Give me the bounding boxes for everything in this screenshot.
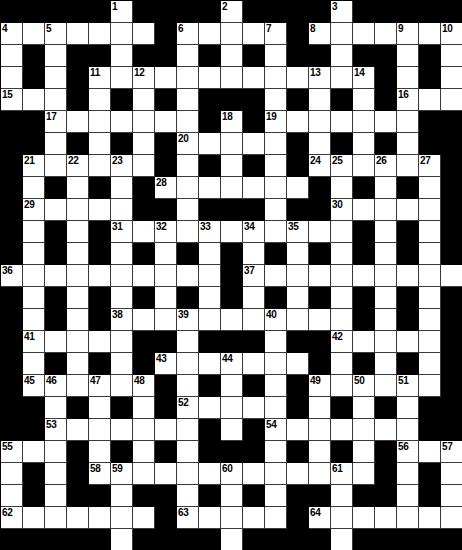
cell-r8c13[interactable] [287,177,309,199]
cell-r15c2[interactable] [45,331,67,353]
cell-r22c0[interactable] [1,485,23,507]
cell-r18c2[interactable] [45,397,67,419]
cell-r7c17[interactable]: 26 [375,155,397,177]
cell-r23c4[interactable] [89,507,111,529]
cell-r19c16[interactable] [353,419,375,441]
cell-r18c16[interactable] [353,397,375,419]
cell-r1c11[interactable] [243,23,265,45]
cell-r7c10[interactable] [221,155,243,177]
cell-r19c10[interactable] [221,419,243,441]
cell-r12c14[interactable] [309,265,331,287]
cell-r11c19[interactable] [419,243,441,265]
cell-r5c16[interactable] [353,111,375,133]
cell-r1c19[interactable] [419,23,441,45]
cell-r9c16[interactable] [353,199,375,221]
cell-r6c2[interactable] [45,133,67,155]
cell-r12c15[interactable] [331,265,353,287]
cell-r3c15[interactable] [331,67,353,89]
cell-r18c9[interactable] [199,397,221,419]
cell-r11c13[interactable] [287,243,309,265]
cell-r22c8[interactable] [177,485,199,507]
cell-r8c7[interactable]: 28 [155,177,177,199]
cell-r16c8[interactable] [177,353,199,375]
cell-r10c12[interactable] [265,221,287,243]
cell-r21c12[interactable] [265,463,287,485]
cell-r5c14[interactable] [309,111,331,133]
cell-r1c0[interactable]: 4 [1,23,23,45]
cell-r23c10[interactable] [221,507,243,529]
cell-r19c12[interactable]: 54 [265,419,287,441]
cell-r19c15[interactable] [331,419,353,441]
cell-r6c12[interactable] [265,133,287,155]
cell-r23c18[interactable] [397,507,419,529]
cell-r13c5[interactable] [111,287,133,309]
cell-r3c13[interactable] [287,67,309,89]
cell-r15c16[interactable] [353,331,375,353]
cell-r21c15[interactable]: 61 [331,463,353,485]
cell-r19c5[interactable] [111,419,133,441]
cell-r9c18[interactable] [397,199,419,221]
cell-r15c1[interactable]: 41 [23,331,45,353]
cell-r16c7[interactable]: 43 [155,353,177,375]
cell-r12c18[interactable] [397,265,419,287]
cell-r11c15[interactable] [331,243,353,265]
cell-r5c13[interactable] [287,111,309,133]
cell-r14c6[interactable] [133,309,155,331]
cell-r10c9[interactable]: 33 [199,221,221,243]
cell-r19c17[interactable] [375,419,397,441]
cell-r7c15[interactable]: 25 [331,155,353,177]
cell-r15c3[interactable] [67,331,89,353]
cell-r3c2[interactable] [45,67,67,89]
cell-r11c1[interactable] [23,243,45,265]
cell-r12c5[interactable] [111,265,133,287]
cell-r15c4[interactable] [89,331,111,353]
cell-r6c18[interactable] [397,133,419,155]
cell-r18c11[interactable] [243,397,265,419]
cell-r19c18[interactable] [397,419,419,441]
cell-r17c5[interactable] [111,375,133,397]
cell-r6c8[interactable]: 20 [177,133,199,155]
cell-r16c17[interactable] [375,353,397,375]
cell-r20c16[interactable] [353,441,375,463]
cell-r20c12[interactable] [265,441,287,463]
cell-r10c5[interactable]: 31 [111,221,133,243]
cell-r17c15[interactable] [331,375,353,397]
cell-r5c3[interactable] [67,111,89,133]
cell-r21c14[interactable] [309,463,331,485]
cell-r19c2[interactable]: 53 [45,419,67,441]
cell-r4c0[interactable]: 15 [1,89,23,111]
cell-r17c12[interactable] [265,375,287,397]
cell-r4c14[interactable] [309,89,331,111]
cell-r1c2[interactable]: 5 [45,23,67,45]
cell-r10c10[interactable] [221,221,243,243]
cell-r4c6[interactable] [133,89,155,111]
cell-r15c17[interactable] [375,331,397,353]
cell-r19c4[interactable] [89,419,111,441]
cell-r20c0[interactable]: 55 [1,441,23,463]
cell-r11c3[interactable] [67,243,89,265]
cell-r17c4[interactable]: 47 [89,375,111,397]
cell-r1c3[interactable] [67,23,89,45]
cell-r20c2[interactable] [45,441,67,463]
cell-r9c15[interactable]: 30 [331,199,353,221]
cell-r15c12[interactable] [265,331,287,353]
cell-r5c6[interactable] [133,111,155,133]
cell-r8c8[interactable] [177,177,199,199]
cell-r24c5[interactable] [111,529,133,550]
cell-r14c3[interactable] [67,309,89,331]
cell-r4c8[interactable] [177,89,199,111]
cell-r21c8[interactable] [177,463,199,485]
cell-r7c19[interactable]: 27 [419,155,441,177]
cell-r23c15[interactable] [331,507,353,529]
cell-r23c12[interactable] [265,507,287,529]
cell-r11c17[interactable] [375,243,397,265]
cell-r10c15[interactable] [331,221,353,243]
cell-r0c10[interactable]: 2 [221,1,243,23]
cell-r14c14[interactable] [309,309,331,331]
cell-r8c10[interactable] [221,177,243,199]
cell-r14c19[interactable] [419,309,441,331]
cell-r11c9[interactable] [199,243,221,265]
cell-r6c16[interactable] [353,133,375,155]
cell-r20c19[interactable] [419,441,441,463]
cell-r9c19[interactable] [419,199,441,221]
cell-r1c8[interactable]: 6 [177,23,199,45]
cell-r1c1[interactable] [23,23,45,45]
cell-r2c10[interactable] [221,45,243,67]
cell-r17c17[interactable] [375,375,397,397]
cell-r13c1[interactable] [23,287,45,309]
cell-r5c17[interactable] [375,111,397,133]
cell-r15c8[interactable] [177,331,199,353]
cell-r5c10[interactable]: 18 [221,111,243,133]
cell-r23c11[interactable] [243,507,265,529]
cell-r23c1[interactable] [23,507,45,529]
cell-r17c10[interactable] [221,375,243,397]
cell-r5c12[interactable]: 19 [265,111,287,133]
cell-r17c19[interactable] [419,375,441,397]
cell-r15c15[interactable]: 42 [331,331,353,353]
cell-r12c3[interactable] [67,265,89,287]
cell-r12c6[interactable] [133,265,155,287]
cell-r16c5[interactable] [111,353,133,375]
cell-r22c2[interactable] [45,485,67,507]
cell-r4c20[interactable] [441,89,462,111]
cell-r3c9[interactable] [199,67,221,89]
cell-r14c11[interactable] [243,309,265,331]
cell-r7c18[interactable] [397,155,419,177]
cell-r3c0[interactable] [1,67,23,89]
cell-r17c18[interactable]: 51 [397,375,419,397]
cell-r22c10[interactable] [221,485,243,507]
cell-r21c9[interactable] [199,463,221,485]
cell-r6c14[interactable] [309,133,331,155]
cell-r5c4[interactable] [89,111,111,133]
cell-r3c4[interactable]: 11 [89,67,111,89]
cell-r11c7[interactable] [155,243,177,265]
cell-r10c8[interactable] [177,221,199,243]
cell-r18c14[interactable] [309,397,331,419]
cell-r14c17[interactable] [375,309,397,331]
cell-r16c3[interactable] [67,353,89,375]
cell-r5c7[interactable] [155,111,177,133]
cell-r8c5[interactable] [111,177,133,199]
cell-r10c13[interactable]: 35 [287,221,309,243]
cell-r2c15[interactable] [331,45,353,67]
cell-r7c12[interactable] [265,155,287,177]
cell-r14c12[interactable]: 40 [265,309,287,331]
cell-r3c14[interactable]: 13 [309,67,331,89]
cell-r12c2[interactable] [45,265,67,287]
cell-r16c9[interactable] [199,353,221,375]
cell-r16c13[interactable] [287,353,309,375]
cell-r2c0[interactable] [1,45,23,67]
cell-r3c8[interactable] [177,67,199,89]
cell-r9c2[interactable] [45,199,67,221]
cell-r1c14[interactable]: 8 [309,23,331,45]
cell-r1c12[interactable]: 7 [265,23,287,45]
cell-r6c10[interactable] [221,133,243,155]
cell-r13c11[interactable] [243,287,265,309]
cell-r12c9[interactable] [199,265,221,287]
cell-r17c16[interactable]: 50 [353,375,375,397]
cell-r3c16[interactable]: 14 [353,67,375,89]
cell-r21c18[interactable] [397,463,419,485]
cell-r3c7[interactable] [155,67,177,89]
cell-r10c7[interactable]: 32 [155,221,177,243]
cell-r6c11[interactable] [243,133,265,155]
cell-r7c3[interactable]: 22 [67,155,89,177]
cell-r3c11[interactable] [243,67,265,89]
cell-r12c19[interactable] [419,265,441,287]
cell-r12c11[interactable]: 37 [243,265,265,287]
cell-r22c12[interactable] [265,485,287,507]
cell-r7c1[interactable]: 21 [23,155,45,177]
cell-r13c17[interactable] [375,287,397,309]
cell-r7c5[interactable]: 23 [111,155,133,177]
cell-r9c5[interactable] [111,199,133,221]
cell-r12c20[interactable] [441,265,462,287]
cell-r23c16[interactable] [353,507,375,529]
cell-r16c12[interactable] [265,353,287,375]
cell-r12c12[interactable] [265,265,287,287]
cell-r22c5[interactable] [111,485,133,507]
cell-r7c4[interactable] [89,155,111,177]
cell-r18c18[interactable] [397,397,419,419]
cell-r4c16[interactable] [353,89,375,111]
cell-r19c13[interactable] [287,419,309,441]
cell-r21c16[interactable] [353,463,375,485]
cell-r1c16[interactable] [353,23,375,45]
cell-r6c9[interactable] [199,133,221,155]
cell-r19c14[interactable] [309,419,331,441]
cell-r8c11[interactable] [243,177,265,199]
cell-r17c2[interactable]: 46 [45,375,67,397]
cell-r18c8[interactable]: 52 [177,397,199,419]
cell-r18c12[interactable] [265,397,287,419]
cell-r1c15[interactable] [331,23,353,45]
cell-r16c10[interactable]: 44 [221,353,243,375]
cell-r14c9[interactable] [199,309,221,331]
cell-r18c10[interactable] [221,397,243,419]
cell-r19c7[interactable] [155,419,177,441]
cell-r11c5[interactable] [111,243,133,265]
cell-r16c11[interactable] [243,353,265,375]
cell-r19c3[interactable] [67,419,89,441]
cell-r20c4[interactable] [89,441,111,463]
cell-r12c4[interactable] [89,265,111,287]
cell-r24c15[interactable] [331,529,353,550]
cell-r11c11[interactable] [243,243,265,265]
cell-r14c7[interactable] [155,309,177,331]
cell-r23c8[interactable]: 63 [177,507,199,529]
cell-r0c5[interactable]: 1 [111,1,133,23]
cell-r3c10[interactable] [221,67,243,89]
cell-r22c18[interactable] [397,485,419,507]
cell-r23c20[interactable] [441,507,462,529]
cell-r5c15[interactable] [331,111,353,133]
cell-r8c17[interactable] [375,177,397,199]
cell-r13c15[interactable] [331,287,353,309]
cell-r3c6[interactable]: 12 [133,67,155,89]
cell-r5c5[interactable] [111,111,133,133]
cell-r17c14[interactable]: 49 [309,375,331,397]
cell-r12c0[interactable]: 36 [1,265,23,287]
cell-r12c7[interactable] [155,265,177,287]
cell-r23c19[interactable] [419,507,441,529]
cell-r19c6[interactable] [133,419,155,441]
cell-r8c3[interactable] [67,177,89,199]
cell-r23c17[interactable] [375,507,397,529]
cell-r21c6[interactable] [133,463,155,485]
cell-r2c5[interactable] [111,45,133,67]
cell-r13c9[interactable] [199,287,221,309]
cell-r16c15[interactable] [331,353,353,375]
cell-r4c2[interactable] [45,89,67,111]
cell-r20c1[interactable] [23,441,45,463]
cell-r9c4[interactable] [89,199,111,221]
cell-r14c5[interactable]: 38 [111,309,133,331]
cell-r8c1[interactable] [23,177,45,199]
cell-r22c15[interactable] [331,485,353,507]
cell-r18c4[interactable] [89,397,111,419]
cell-r8c15[interactable] [331,177,353,199]
cell-r21c10[interactable]: 60 [221,463,243,485]
cell-r19c8[interactable] [177,419,199,441]
cell-r13c19[interactable] [419,287,441,309]
cell-r9c8[interactable] [177,199,199,221]
cell-r24c10[interactable] [221,529,243,550]
cell-r2c2[interactable] [45,45,67,67]
cell-r8c9[interactable] [199,177,221,199]
cell-r17c8[interactable] [177,375,199,397]
cell-r5c8[interactable] [177,111,199,133]
cell-r10c6[interactable] [133,221,155,243]
cell-r16c1[interactable] [23,353,45,375]
cell-r6c4[interactable] [89,133,111,155]
cell-r10c3[interactable] [67,221,89,243]
cell-r4c19[interactable] [419,89,441,111]
cell-r20c20[interactable]: 57 [441,441,462,463]
cell-r3c12[interactable] [265,67,287,89]
cell-r14c15[interactable] [331,309,353,331]
cell-r10c11[interactable]: 34 [243,221,265,243]
cell-r9c3[interactable] [67,199,89,221]
cell-r23c9[interactable] [199,507,221,529]
cell-r7c2[interactable] [45,155,67,177]
cell-r20c18[interactable]: 56 [397,441,419,463]
cell-r9c12[interactable] [265,199,287,221]
cell-r14c13[interactable] [287,309,309,331]
cell-r1c5[interactable] [111,23,133,45]
cell-r4c1[interactable] [23,89,45,111]
cell-r5c18[interactable] [397,111,419,133]
cell-r3c18[interactable] [397,67,419,89]
cell-r21c5[interactable]: 59 [111,463,133,485]
cell-r13c7[interactable] [155,287,177,309]
cell-r23c2[interactable] [45,507,67,529]
cell-r13c3[interactable] [67,287,89,309]
cell-r10c14[interactable] [309,221,331,243]
cell-r10c1[interactable] [23,221,45,243]
cell-r8c19[interactable] [419,177,441,199]
cell-r15c18[interactable] [397,331,419,353]
cell-r4c4[interactable] [89,89,111,111]
cell-r23c5[interactable] [111,507,133,529]
cell-r10c17[interactable] [375,221,397,243]
cell-r6c6[interactable] [133,133,155,155]
cell-r13c13[interactable] [287,287,309,309]
cell-r2c12[interactable] [265,45,287,67]
cell-r3c20[interactable] [441,67,462,89]
cell-r7c16[interactable] [353,155,375,177]
cell-r1c20[interactable]: 10 [441,23,462,45]
cell-r23c6[interactable] [133,507,155,529]
cell-r1c17[interactable] [375,23,397,45]
cell-r1c10[interactable] [221,23,243,45]
cell-r8c12[interactable] [265,177,287,199]
cell-r22c20[interactable] [441,485,462,507]
cell-r5c2[interactable]: 17 [45,111,67,133]
cell-r15c19[interactable] [419,331,441,353]
cell-r4c18[interactable]: 16 [397,89,419,111]
cell-r2c18[interactable] [397,45,419,67]
cell-r17c6[interactable]: 48 [133,375,155,397]
cell-r12c1[interactable] [23,265,45,287]
cell-r18c6[interactable] [133,397,155,419]
cell-r7c14[interactable]: 24 [309,155,331,177]
cell-r15c5[interactable] [111,331,133,353]
cell-r20c8[interactable] [177,441,199,463]
cell-r12c8[interactable] [177,265,199,287]
cell-r23c14[interactable]: 64 [309,507,331,529]
cell-r10c19[interactable] [419,221,441,243]
cell-r17c3[interactable] [67,375,89,397]
cell-r20c14[interactable] [309,441,331,463]
cell-r7c6[interactable] [133,155,155,177]
cell-r12c13[interactable] [287,265,309,287]
cell-r17c1[interactable]: 45 [23,375,45,397]
cell-r7c8[interactable] [177,155,199,177]
cell-r21c0[interactable] [1,463,23,485]
cell-r14c1[interactable] [23,309,45,331]
cell-r1c18[interactable]: 9 [397,23,419,45]
cell-r21c13[interactable] [287,463,309,485]
cell-r21c7[interactable] [155,463,177,485]
